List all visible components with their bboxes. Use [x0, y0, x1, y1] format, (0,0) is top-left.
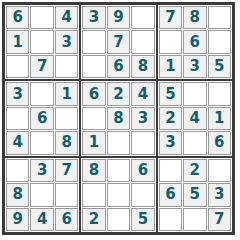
cell-r2c7[interactable]: [159, 30, 182, 53]
cell-r8c2[interactable]: [30, 183, 53, 206]
box-r2c2: 624831: [80, 80, 156, 156]
cell-r5c9: 1: [208, 107, 231, 130]
cell-r8c5[interactable]: [107, 183, 130, 206]
cell-r4c9[interactable]: [208, 82, 231, 105]
cell-r7c9[interactable]: [208, 159, 231, 182]
cell-r1c4: 3: [82, 6, 105, 29]
cell-r6c5[interactable]: [107, 131, 130, 154]
cell-r2c5: 7: [107, 30, 130, 53]
cell-r2c2[interactable]: [30, 30, 53, 53]
cell-r3c7: 1: [159, 55, 182, 78]
cell-r1c7: 7: [159, 6, 182, 29]
cell-r2c3: 3: [55, 30, 78, 53]
box-r3c3: 26537: [157, 157, 233, 233]
cell-r7c5[interactable]: [107, 159, 130, 182]
cell-r3c9: 5: [208, 55, 231, 78]
cell-r4c6: 4: [131, 82, 154, 105]
cell-r5c3[interactable]: [55, 107, 78, 130]
box-r2c3: 524136: [157, 80, 233, 156]
cell-r8c4[interactable]: [82, 183, 105, 206]
cell-r7c6: 6: [131, 159, 154, 182]
cell-r7c7[interactable]: [159, 159, 182, 182]
cell-r2c8: 6: [183, 30, 206, 53]
cell-r3c4[interactable]: [82, 55, 105, 78]
cell-r4c1: 3: [6, 82, 29, 105]
cell-r3c8: 3: [183, 55, 206, 78]
cell-r8c7: 6: [159, 183, 182, 206]
cell-r9c4: 2: [82, 208, 105, 231]
cell-r5c1[interactable]: [6, 107, 29, 130]
cell-r8c3[interactable]: [55, 183, 78, 206]
cell-r7c4: 8: [82, 159, 105, 182]
cell-r4c4: 6: [82, 82, 105, 105]
cell-r6c6[interactable]: [131, 131, 154, 154]
cell-r9c7[interactable]: [159, 208, 182, 231]
cell-r6c2[interactable]: [30, 131, 53, 154]
cell-r3c1[interactable]: [6, 55, 29, 78]
cell-r1c9[interactable]: [208, 6, 231, 29]
cell-r1c1: 6: [6, 6, 29, 29]
cell-r5c4[interactable]: [82, 107, 105, 130]
cell-r1c6[interactable]: [131, 6, 154, 29]
cell-r4c7: 5: [159, 82, 182, 105]
cell-r5c5: 8: [107, 107, 130, 130]
box-r3c2: 8625: [80, 157, 156, 233]
cell-r9c9: 7: [208, 208, 231, 231]
cell-r9c5[interactable]: [107, 208, 130, 231]
cell-r4c8[interactable]: [183, 82, 206, 105]
cell-r3c5: 6: [107, 55, 130, 78]
cell-r3c3[interactable]: [55, 55, 78, 78]
cell-r9c8[interactable]: [183, 208, 206, 231]
cell-r4c3: 1: [55, 82, 78, 105]
box-r1c2: 39768: [80, 4, 156, 80]
box-r1c1: 64137: [4, 4, 80, 80]
cell-r9c6: 5: [131, 208, 154, 231]
cell-r5c7: 2: [159, 107, 182, 130]
cell-r1c8: 8: [183, 6, 206, 29]
cell-r1c3: 4: [55, 6, 78, 29]
cell-r8c8: 5: [183, 183, 206, 206]
cell-r5c6: 3: [131, 107, 154, 130]
cell-r8c6[interactable]: [131, 183, 154, 206]
cell-r9c3: 6: [55, 208, 78, 231]
cell-r2c1: 1: [6, 30, 29, 53]
cell-r1c2[interactable]: [30, 6, 53, 29]
cell-r5c2: 6: [30, 107, 53, 130]
cell-r2c9[interactable]: [208, 30, 231, 53]
sudoku-board: 6413739768786135316486248315241363789468…: [2, 2, 235, 235]
cell-r4c5: 2: [107, 82, 130, 105]
cell-r7c2: 3: [30, 159, 53, 182]
cell-r7c3: 7: [55, 159, 78, 182]
box-r1c3: 786135: [157, 4, 233, 80]
cell-r9c2: 4: [30, 208, 53, 231]
cell-r6c1: 4: [6, 131, 29, 154]
box-r3c1: 378946: [4, 157, 80, 233]
cell-r7c1[interactable]: [6, 159, 29, 182]
cell-r6c3: 8: [55, 131, 78, 154]
cell-r6c9: 6: [208, 131, 231, 154]
cell-r1c5: 9: [107, 6, 130, 29]
cell-r3c2: 7: [30, 55, 53, 78]
cell-r6c7: 3: [159, 131, 182, 154]
cell-r5c8: 4: [183, 107, 206, 130]
cell-r4c2[interactable]: [30, 82, 53, 105]
cell-r6c4: 1: [82, 131, 105, 154]
cell-r9c1: 9: [6, 208, 29, 231]
cell-r2c6[interactable]: [131, 30, 154, 53]
cell-r7c8: 2: [183, 159, 206, 182]
cell-r8c9: 3: [208, 183, 231, 206]
box-r2c1: 31648: [4, 80, 80, 156]
cell-r6c8[interactable]: [183, 131, 206, 154]
cell-r3c6: 8: [131, 55, 154, 78]
cell-r8c1: 8: [6, 183, 29, 206]
cell-r2c4[interactable]: [82, 30, 105, 53]
